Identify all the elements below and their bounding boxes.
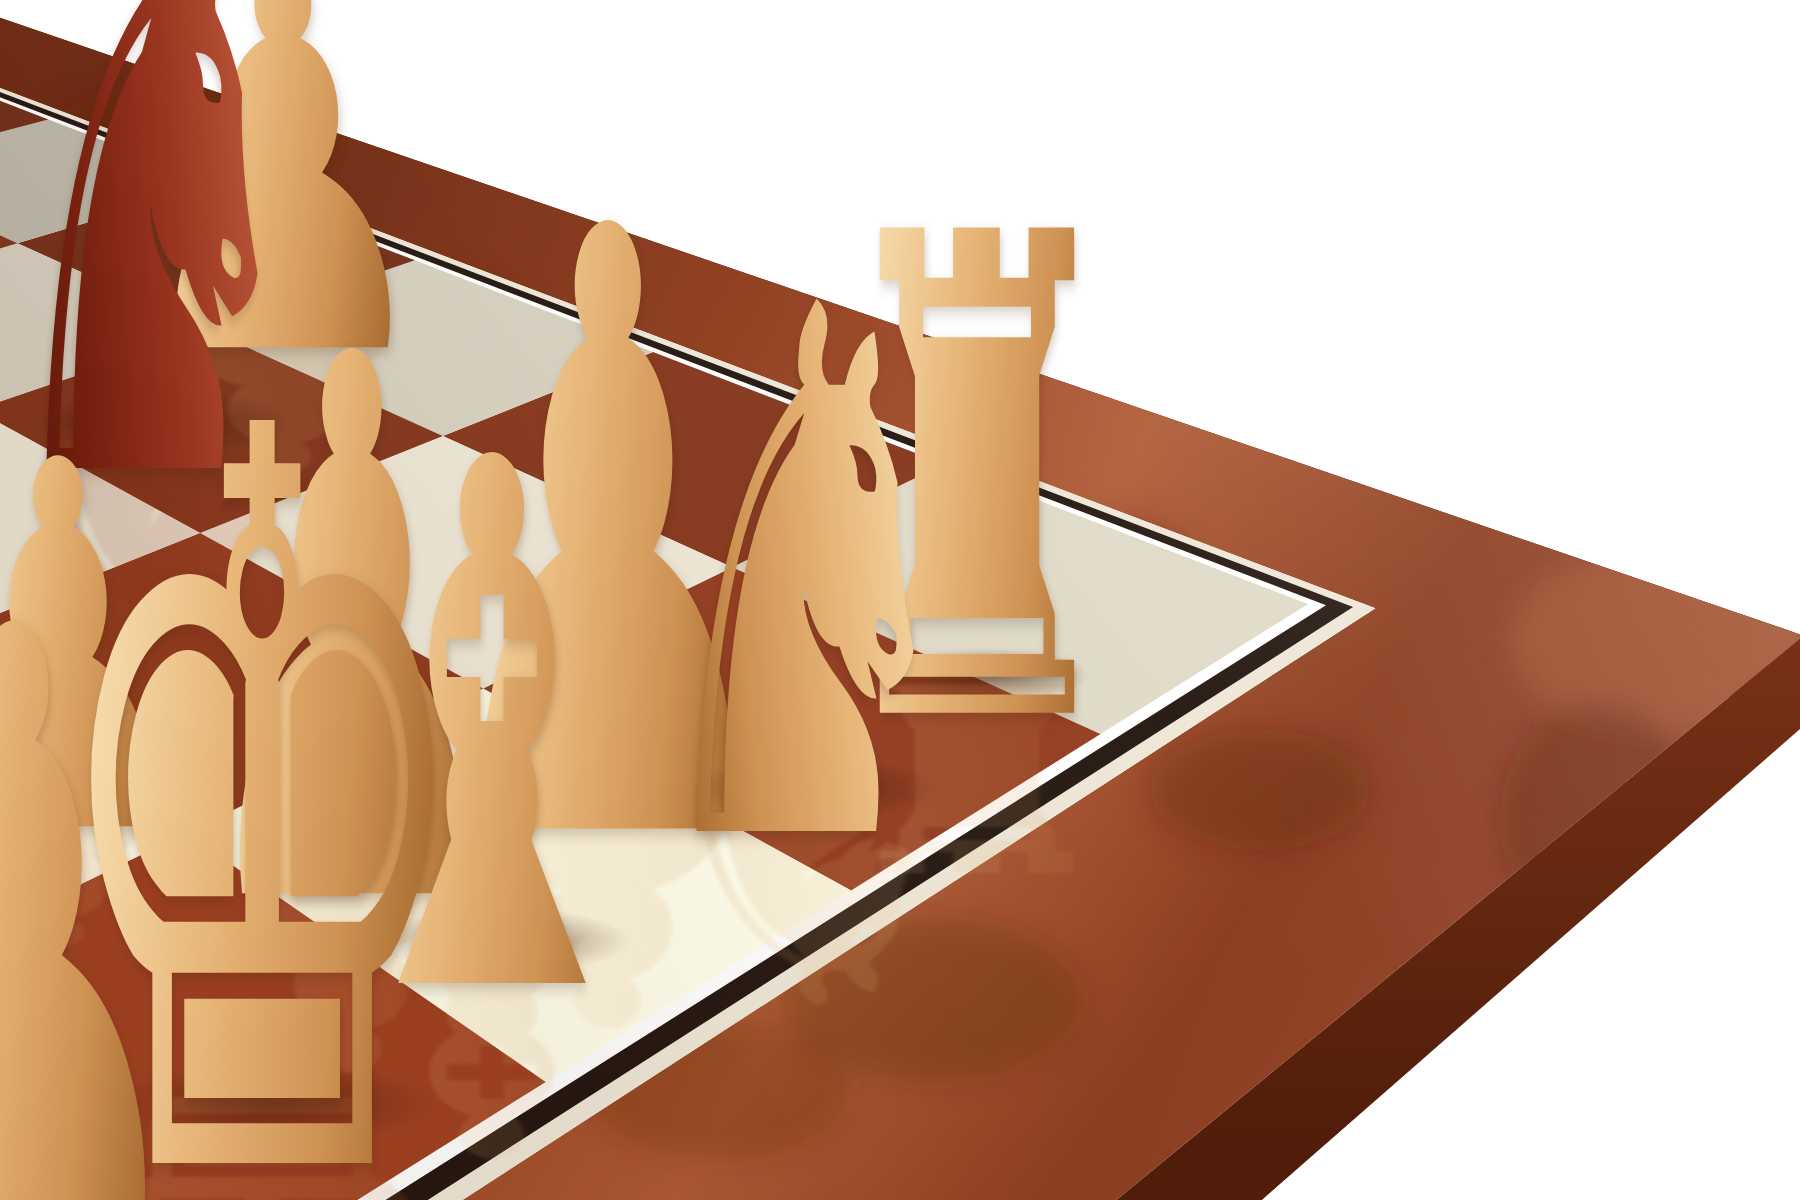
pieces-layer: ♟♟♞♞♜♜♟♟♞♞♟♟♟♟♝♝♚♚♟♟ [0, 0, 1800, 1200]
chess-set-photo: ♟♟♞♞♜♜♟♟♞♞♟♟♟♟♝♝♚♚♟♟ [0, 0, 1800, 1200]
piece-white-pawn-d1: ♟ [0, 523, 210, 1200]
piece-white-knight-g1: ♞ [635, 214, 975, 943]
